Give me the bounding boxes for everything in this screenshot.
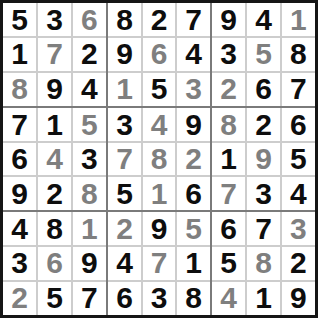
cell-r1c1[interactable]: 5 xyxy=(3,3,37,37)
cell-r8c5[interactable]: 7 xyxy=(142,246,176,280)
sudoku-box-r3c3: 673582419 xyxy=(211,211,315,315)
cell-r6c8[interactable]: 3 xyxy=(246,176,280,210)
cell-r9c4[interactable]: 6 xyxy=(108,281,142,315)
cell-r9c6[interactable]: 8 xyxy=(176,281,210,315)
cell-r6c2[interactable]: 2 xyxy=(37,176,71,210)
cell-r8c4[interactable]: 4 xyxy=(108,246,142,280)
cell-r5c5[interactable]: 8 xyxy=(142,142,176,176)
cell-r4c8[interactable]: 2 xyxy=(246,108,280,142)
cell-r2c7[interactable]: 3 xyxy=(212,37,246,71)
cell-r5c2[interactable]: 4 xyxy=(37,142,71,176)
cell-r7c2[interactable]: 8 xyxy=(37,212,71,246)
sudoku-box-r1c1: 536172894 xyxy=(3,3,107,107)
cell-r5c3[interactable]: 3 xyxy=(72,142,106,176)
cell-r6c9[interactable]: 4 xyxy=(281,176,315,210)
cell-r5c6[interactable]: 2 xyxy=(176,142,210,176)
cell-r7c3[interactable]: 1 xyxy=(72,212,106,246)
cell-r3c5[interactable]: 5 xyxy=(142,72,176,106)
cell-r2c2[interactable]: 7 xyxy=(37,37,71,71)
cell-r2c8[interactable]: 5 xyxy=(246,37,280,71)
cell-r4c4[interactable]: 3 xyxy=(108,108,142,142)
cell-r7c8[interactable]: 7 xyxy=(246,212,280,246)
cell-r7c7[interactable]: 6 xyxy=(212,212,246,246)
cell-r2c3[interactable]: 2 xyxy=(72,37,106,71)
cell-r1c9[interactable]: 1 xyxy=(281,3,315,37)
cell-r5c8[interactable]: 9 xyxy=(246,142,280,176)
cell-r1c6[interactable]: 7 xyxy=(176,3,210,37)
cell-r4c3[interactable]: 5 xyxy=(72,108,106,142)
cell-r7c1[interactable]: 4 xyxy=(3,212,37,246)
cell-r8c1[interactable]: 3 xyxy=(3,246,37,280)
cell-r6c5[interactable]: 1 xyxy=(142,176,176,210)
cell-r4c7[interactable]: 8 xyxy=(212,108,246,142)
sudoku-box-r1c2: 827964153 xyxy=(107,3,211,107)
cell-r2c5[interactable]: 6 xyxy=(142,37,176,71)
cell-r7c5[interactable]: 9 xyxy=(142,212,176,246)
sudoku-box-r3c2: 295471638 xyxy=(107,211,211,315)
cell-r1c8[interactable]: 4 xyxy=(246,3,280,37)
cell-r3c8[interactable]: 6 xyxy=(246,72,280,106)
cell-r8c3[interactable]: 9 xyxy=(72,246,106,280)
sudoku-box-r2c3: 826195734 xyxy=(211,107,315,211)
cell-r8c9[interactable]: 2 xyxy=(281,246,315,280)
cell-r1c3[interactable]: 6 xyxy=(72,3,106,37)
cell-r9c1[interactable]: 2 xyxy=(3,281,37,315)
cell-r8c8[interactable]: 8 xyxy=(246,246,280,280)
cell-r3c1[interactable]: 8 xyxy=(3,72,37,106)
cell-r9c2[interactable]: 5 xyxy=(37,281,71,315)
cell-r8c6[interactable]: 1 xyxy=(176,246,210,280)
cell-r2c6[interactable]: 4 xyxy=(176,37,210,71)
cell-r9c8[interactable]: 1 xyxy=(246,281,280,315)
cell-r3c7[interactable]: 2 xyxy=(212,72,246,106)
cell-r4c5[interactable]: 4 xyxy=(142,108,176,142)
cell-r4c9[interactable]: 6 xyxy=(281,108,315,142)
cell-r4c1[interactable]: 7 xyxy=(3,108,37,142)
sudoku-box-r2c1: 715643928 xyxy=(3,107,107,211)
cell-r2c4[interactable]: 9 xyxy=(108,37,142,71)
cell-r3c2[interactable]: 9 xyxy=(37,72,71,106)
cell-r5c7[interactable]: 1 xyxy=(212,142,246,176)
cell-r3c4[interactable]: 1 xyxy=(108,72,142,106)
cell-r7c4[interactable]: 2 xyxy=(108,212,142,246)
cell-r3c6[interactable]: 3 xyxy=(176,72,210,106)
cell-r3c9[interactable]: 7 xyxy=(281,72,315,106)
cell-r6c7[interactable]: 7 xyxy=(212,176,246,210)
cell-r8c7[interactable]: 5 xyxy=(212,246,246,280)
cell-r7c6[interactable]: 5 xyxy=(176,212,210,246)
cell-r5c4[interactable]: 7 xyxy=(108,142,142,176)
sudoku-board: 5361728948279641539413582677156439283497… xyxy=(0,0,318,318)
cell-r1c5[interactable]: 2 xyxy=(142,3,176,37)
cell-r9c3[interactable]: 7 xyxy=(72,281,106,315)
cell-r7c9[interactable]: 3 xyxy=(281,212,315,246)
cell-r1c4[interactable]: 8 xyxy=(108,3,142,37)
cell-r1c2[interactable]: 3 xyxy=(37,3,71,37)
cell-r1c7[interactable]: 9 xyxy=(212,3,246,37)
cell-r9c9[interactable]: 9 xyxy=(281,281,315,315)
cell-r9c7[interactable]: 4 xyxy=(212,281,246,315)
cell-r4c6[interactable]: 9 xyxy=(176,108,210,142)
sudoku-box-r2c2: 349782516 xyxy=(107,107,211,211)
cell-r2c9[interactable]: 8 xyxy=(281,37,315,71)
cell-r4c2[interactable]: 1 xyxy=(37,108,71,142)
cell-r2c1[interactable]: 1 xyxy=(3,37,37,71)
cell-r6c1[interactable]: 9 xyxy=(3,176,37,210)
cell-r5c9[interactable]: 5 xyxy=(281,142,315,176)
cell-r3c3[interactable]: 4 xyxy=(72,72,106,106)
cell-r8c2[interactable]: 6 xyxy=(37,246,71,280)
cell-r6c3[interactable]: 8 xyxy=(72,176,106,210)
sudoku-box-r1c3: 941358267 xyxy=(211,3,315,107)
cell-r6c4[interactable]: 5 xyxy=(108,176,142,210)
cell-r9c5[interactable]: 3 xyxy=(142,281,176,315)
sudoku-box-r3c1: 481369257 xyxy=(3,211,107,315)
cell-r5c1[interactable]: 6 xyxy=(3,142,37,176)
cell-r6c6[interactable]: 6 xyxy=(176,176,210,210)
